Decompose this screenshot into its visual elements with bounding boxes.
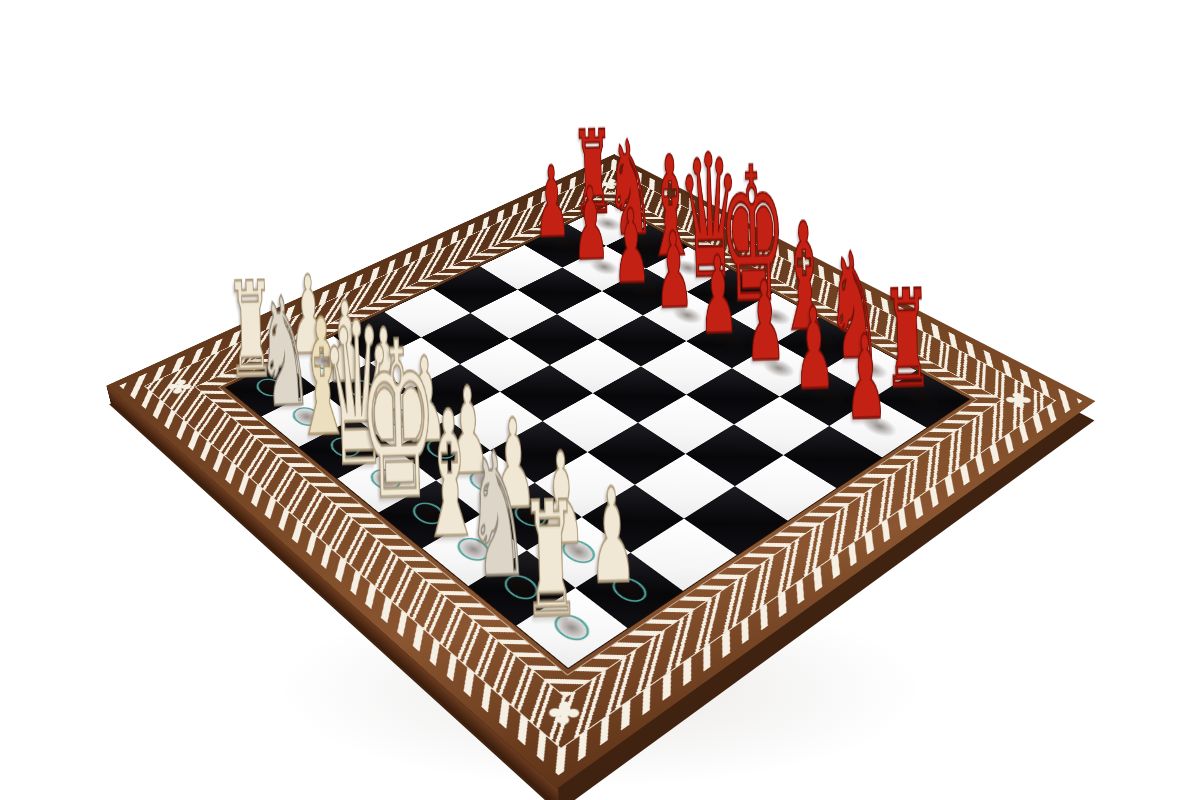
square-b6[interactable]	[517, 267, 602, 314]
square-b5[interactable]	[470, 290, 556, 339]
red-pawn-glyph: ♟	[616, 216, 732, 324]
red-bishop-glyph: ♝	[614, 137, 726, 278]
perspective-scene: ♜♞♝♛♚♝♞♜♟♟♟♟♟♟♟♟♟♟♟♟♟♟♟♟♜♞♝♛♚♝♞♜	[592, 392, 594, 394]
square-d6[interactable]	[598, 315, 687, 366]
square-a7[interactable]	[525, 224, 606, 267]
red-pawn-glyph: ♟	[575, 193, 688, 298]
square-c7[interactable]	[602, 268, 687, 315]
piece-shadow	[538, 230, 592, 259]
square-a8[interactable]	[568, 204, 648, 245]
inlay-flower-corner	[162, 376, 198, 398]
chess-board: ♜♞♝♛♚♝♞♜♟♟♟♟♟♟♟♟♟♟♟♟♟♟♟♟♜♞♝♛♚♝♞♜	[107, 154, 1096, 788]
red-pawn-glyph: ♟	[802, 318, 930, 437]
red-pawn-glyph: ♟	[536, 172, 647, 275]
piece-shadow	[660, 253, 716, 283]
square-c6[interactable]	[557, 291, 644, 340]
red-pawn-glyph: ♟	[498, 151, 606, 252]
piece-shadow	[658, 299, 716, 332]
square-a5[interactable]	[433, 266, 517, 313]
red-queen-glyph: ♛	[652, 131, 768, 304]
white-rook-glyph: ♜	[476, 480, 625, 643]
square-d5[interactable]	[550, 340, 641, 393]
inlay-flower-corner	[596, 177, 626, 192]
square-e6[interactable]	[641, 341, 732, 395]
red-knight-glyph: ♞	[575, 122, 685, 255]
scene-tilt-wrapper: ♜♞♝♛♚♝♞♜♟♟♟♟♟♟♟♟♟♟♟♟♟♟♟♟♜♞♝♛♚♝♞♜	[0, 0, 1200, 800]
piece-shadow	[582, 210, 635, 238]
square-a6[interactable]	[480, 245, 563, 290]
square-b8[interactable]	[606, 225, 688, 268]
piece-shadow	[616, 275, 673, 307]
square-b7[interactable]	[563, 246, 646, 291]
square-c5[interactable]	[509, 314, 597, 365]
piece-shadow	[577, 252, 632, 282]
chess-set-photo: ♜♞♝♛♚♝♞♜♟♟♟♟♟♟♟♟♟♟♟♟♟♟♟♟♜♞♝♛♚♝♞♜	[0, 0, 1200, 800]
square-d7[interactable]	[643, 292, 730, 341]
piece-shadow	[620, 231, 674, 260]
red-rook-glyph: ♜	[540, 115, 647, 232]
square-c8[interactable]	[646, 247, 730, 292]
piece-shadow	[702, 276, 760, 308]
